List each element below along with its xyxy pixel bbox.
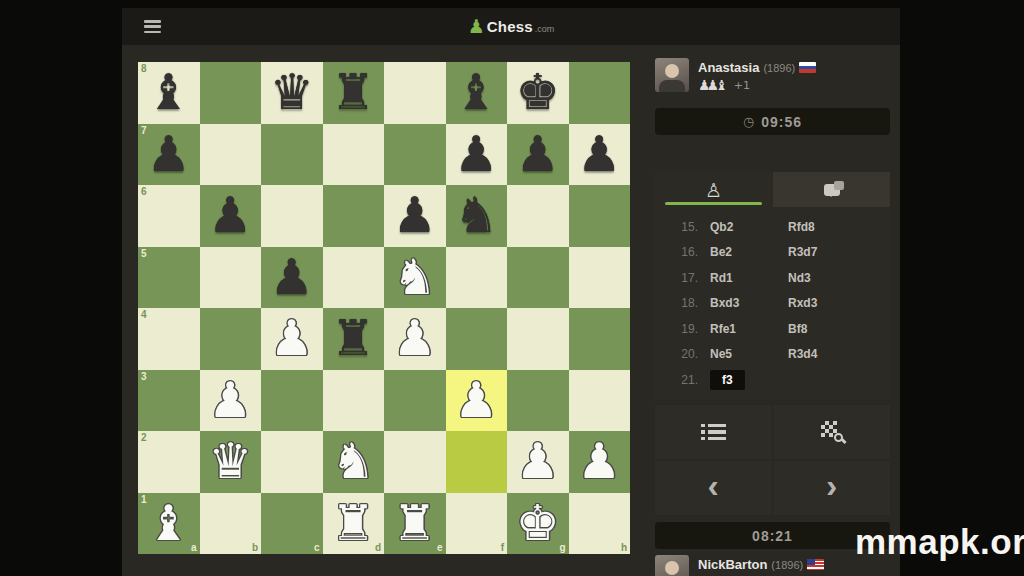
move-row-16: 16.Be2R3d7 [655,240,890,266]
move-white[interactable]: Bxd3 [710,296,780,310]
white-pawn: ♟ [384,308,446,370]
tab-moves[interactable]: ♙ [655,172,772,207]
square-e8[interactable] [384,62,446,124]
analysis-board-icon [821,421,843,443]
square-h2[interactable]: ♟ [569,431,631,493]
square-g1[interactable]: g♚ [507,493,569,555]
square-c4[interactable]: ♟ [261,308,323,370]
square-a4[interactable]: 4 [138,308,200,370]
square-h7[interactable]: ♟ [569,124,631,186]
square-g5[interactable] [507,247,569,309]
white-bishop: ♝ [138,493,200,555]
analysis-button[interactable] [774,405,891,459]
square-b7[interactable] [200,124,262,186]
square-e1[interactable]: e♜ [384,493,446,555]
square-f3[interactable]: ♟ [446,370,508,432]
forward-arrow-icon: › [826,470,837,506]
square-e2[interactable] [384,431,446,493]
file-label-c: c [314,542,320,553]
white-pawn: ♟ [446,370,508,432]
square-f6[interactable]: ♞ [446,185,508,247]
opponent-avatar[interactable] [655,58,689,92]
square-d3[interactable] [323,370,385,432]
move-white[interactable]: Qb2 [710,220,780,234]
square-f7[interactable]: ♟ [446,124,508,186]
move-white[interactable]: f3 [710,370,745,390]
square-g2[interactable]: ♟ [507,431,569,493]
move-white[interactable]: Be2 [710,245,780,259]
square-c6[interactable] [261,185,323,247]
black-rook: ♜ [323,308,385,370]
square-c7[interactable] [261,124,323,186]
black-pawn: ♟ [138,124,200,186]
logo-pawn-icon: ♟ [468,17,485,36]
forward-button[interactable]: › [774,461,891,515]
square-b5[interactable] [200,247,262,309]
move-black[interactable]: Bf8 [788,322,858,336]
move-list: 15.Qb2Rfd816.Be2R3d717.Rd1Nd318.Bxd3Rxd3… [655,207,890,400]
black-pawn: ♟ [507,124,569,186]
white-pawn: ♟ [507,431,569,493]
white-king: ♚ [507,493,569,555]
black-bishop: ♝ [446,62,508,124]
square-h4[interactable] [569,308,631,370]
move-number: 17. [655,271,698,285]
opponent-clock: ◷ 09:56 [655,108,890,135]
square-c8[interactable]: ♛ [261,62,323,124]
white-knight: ♞ [384,247,446,309]
logo-suffix: .com [535,24,555,34]
square-h1[interactable]: h [569,493,631,555]
square-b2[interactable]: ♛ [200,431,262,493]
move-black[interactable]: Rfd8 [788,220,858,234]
move-row-19: 19.Rfe1Bf8 [655,316,890,342]
square-a7[interactable]: 7♟ [138,124,200,186]
square-f5[interactable] [446,247,508,309]
captured-white-b: ♝ [715,77,728,93]
square-g4[interactable] [507,308,569,370]
move-number: 21. [655,373,698,387]
move-number: 20. [655,347,698,361]
square-b6[interactable]: ♟ [200,185,262,247]
square-e7[interactable] [384,124,446,186]
move-number: 15. [655,220,698,234]
move-row-21: 21.f3 [655,367,890,393]
russia-flag-icon [799,62,816,73]
square-e6[interactable]: ♟ [384,185,446,247]
square-h5[interactable] [569,247,631,309]
square-d4[interactable]: ♜ [323,308,385,370]
move-white[interactable]: Ne5 [710,347,780,361]
black-knight: ♞ [446,185,508,247]
move-white[interactable]: Rd1 [710,271,780,285]
move-number: 19. [655,322,698,336]
square-e4[interactable]: ♟ [384,308,446,370]
square-a3[interactable]: 3 [138,370,200,432]
square-c1[interactable]: c [261,493,323,555]
black-pawn: ♟ [261,247,323,309]
rank-label-2: 2 [141,432,147,443]
move-black[interactable]: R3d4 [788,347,858,361]
watermark: mmapk.org [855,522,1024,562]
square-d8[interactable]: ♜ [323,62,385,124]
back-button[interactable]: ‹ [655,461,772,515]
file-label-h: h [621,542,627,553]
opponent-time: 09:56 [761,114,802,130]
move-row-17: 17.Rd1Nd3 [655,265,890,291]
top-bar: ♟ Chess .com [122,8,900,45]
square-b1[interactable]: b [200,493,262,555]
square-c3[interactable] [261,370,323,432]
rank-label-6: 6 [141,186,147,197]
player-rating: (1896) [771,559,803,571]
move-black[interactable]: Rxd3 [788,296,858,310]
rank-label-3: 3 [141,371,147,382]
player-avatar[interactable] [655,555,689,576]
opponent-captured-pieces: ♟♟♝+1 [698,77,816,93]
square-h8[interactable] [569,62,631,124]
square-a2[interactable]: 2 [138,431,200,493]
square-g3[interactable] [507,370,569,432]
rank-label-5: 5 [141,248,147,259]
usa-flag-icon [807,559,824,570]
square-c5[interactable]: ♟ [261,247,323,309]
move-white[interactable]: Rfe1 [710,322,780,336]
move-black[interactable]: R3d7 [788,245,858,259]
white-pawn: ♟ [200,370,262,432]
move-number: 16. [655,245,698,259]
screen: ♟ Chess .com 8♝♛♜♝♚7♟♟♟♟6♟♟♞5♟♞4♟♜♟3♟♟2♛… [0,0,1024,576]
square-g6[interactable] [507,185,569,247]
chess-board[interactable]: 8♝♛♜♝♚7♟♟♟♟6♟♟♞5♟♞4♟♜♟3♟♟2♛♞♟♟1a♝bcd♜e♜f… [138,62,630,554]
move-black[interactable]: Nd3 [788,271,858,285]
logo-text: Chess [487,18,533,35]
tab-chat[interactable] [773,172,890,207]
square-f4[interactable] [446,308,508,370]
material-advantage: +1 [734,79,750,92]
black-king: ♚ [507,62,569,124]
opponent-rating: (1896) [763,62,795,74]
square-a6[interactable]: 6 [138,185,200,247]
list-icon [701,424,726,441]
square-g8[interactable]: ♚ [507,62,569,124]
square-b3[interactable]: ♟ [200,370,262,432]
square-b4[interactable] [200,308,262,370]
control-buttons: ‹ › [655,405,890,515]
opponent-name: Anastasia [698,60,759,75]
black-pawn: ♟ [384,185,446,247]
move-list-button[interactable] [655,405,772,459]
square-a8[interactable]: 8♝ [138,62,200,124]
square-d1[interactable]: d♜ [323,493,385,555]
white-rook: ♜ [323,493,385,555]
pawn-icon: ♙ [705,179,722,201]
white-knight: ♞ [323,431,385,493]
black-bishop: ♝ [138,62,200,124]
rank-label-4: 4 [141,309,147,320]
file-label-f: f [501,542,504,553]
square-a5[interactable]: 5 [138,247,200,309]
file-label-b: b [252,542,258,553]
player-time: 08:21 [752,528,793,544]
move-row-15: 15.Qb2Rfd8 [655,214,890,240]
square-d6[interactable] [323,185,385,247]
move-row-18: 18.Bxd3Rxd3 [655,291,890,317]
square-d2[interactable]: ♞ [323,431,385,493]
opponent-info[interactable]: Anastasia (1896) ♟♟♝+1 [655,58,892,94]
move-row-20: 20.Ne5R3d4 [655,342,890,368]
square-g7[interactable]: ♟ [507,124,569,186]
chesscom-logo[interactable]: ♟ Chess .com [122,8,900,45]
white-pawn: ♟ [261,308,323,370]
square-a1[interactable]: 1a♝ [138,493,200,555]
black-queen: ♛ [261,62,323,124]
square-h3[interactable] [569,370,631,432]
square-f2[interactable] [446,431,508,493]
square-e3[interactable] [384,370,446,432]
clock-icon: ◷ [743,115,754,128]
chat-icon [824,184,840,196]
panel-tabs: ♙ [655,172,890,207]
square-h6[interactable] [569,185,631,247]
black-pawn: ♟ [569,124,631,186]
square-d5[interactable] [323,247,385,309]
black-pawn: ♟ [200,185,262,247]
player-name: NickBarton [698,557,767,572]
back-arrow-icon: ‹ [708,470,719,506]
white-pawn: ♟ [569,431,631,493]
white-rook: ♜ [384,493,446,555]
square-b8[interactable] [200,62,262,124]
white-queen: ♛ [200,431,262,493]
chess-app-window: ♟ Chess .com 8♝♛♜♝♚7♟♟♟♟6♟♟♞5♟♞4♟♜♟3♟♟2♛… [122,8,900,576]
square-d7[interactable] [323,124,385,186]
square-c2[interactable] [261,431,323,493]
square-e5[interactable]: ♞ [384,247,446,309]
game-panel: Anastasia (1896) ♟♟♝+1 ◷ 09:56 ♙ [655,45,892,576]
square-f8[interactable]: ♝ [446,62,508,124]
black-rook: ♜ [323,62,385,124]
black-pawn: ♟ [446,124,508,186]
square-f1[interactable]: f [446,493,508,555]
move-number: 18. [655,296,698,310]
